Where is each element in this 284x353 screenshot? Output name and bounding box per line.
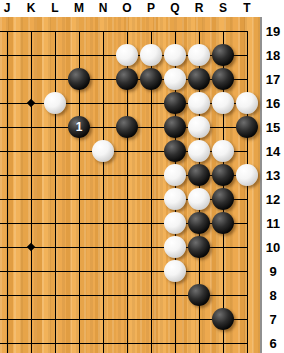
black-stone [188,212,210,234]
black-stone [188,236,210,258]
row-label: 7 [262,312,284,327]
grid-line [0,199,248,200]
white-stone [92,140,114,162]
column-label: R [195,1,204,15]
grid-line [0,223,248,224]
grid-line [0,295,248,296]
grid-line [247,31,248,353]
white-stone [236,92,258,114]
row-label: 13 [262,168,284,183]
column-label: P [147,1,155,15]
row-label: 17 [262,72,284,87]
black-stone [212,44,234,66]
row-labels: 191817161514131211109876 [262,0,284,353]
black-stone [140,68,162,90]
white-stone [140,44,162,66]
row-label: 11 [262,216,284,231]
black-stone [164,140,186,162]
white-stone [164,188,186,210]
column-label: L [51,1,58,15]
black-stone [116,116,138,138]
grid-line [31,31,32,353]
grid-line [0,319,248,320]
black-stone [212,164,234,186]
star-point [27,243,35,251]
go-board[interactable]: 1 [0,17,262,353]
white-stone [188,92,210,114]
white-stone [164,260,186,282]
white-stone [188,188,210,210]
grid-line [0,103,248,104]
grid-line [0,31,248,32]
grid-line [55,31,56,353]
white-stone [236,164,258,186]
grid-line [0,343,248,344]
grid-line [7,31,8,353]
white-stone [212,92,234,114]
column-label: T [243,1,250,15]
column-label: N [99,1,108,15]
black-stone [212,188,234,210]
black-stone [164,92,186,114]
grid-line [103,31,104,353]
black-stone [212,212,234,234]
black-stone [212,68,234,90]
row-label: 14 [262,144,284,159]
row-label: 16 [262,96,284,111]
black-stone [188,164,210,186]
column-label: J [4,1,11,15]
row-label: 19 [262,24,284,39]
column-label: S [219,1,227,15]
row-label: 6 [262,336,284,351]
grid-line [0,151,248,152]
white-stone [164,212,186,234]
black-stone [164,116,186,138]
row-label: 9 [262,264,284,279]
white-stone [188,116,210,138]
column-label: K [27,1,36,15]
white-stone [164,44,186,66]
grid-line [0,175,248,176]
row-label: 15 [262,120,284,135]
white-stone [164,164,186,186]
row-label: 12 [262,192,284,207]
white-stone [164,236,186,258]
column-label: M [74,1,84,15]
black-stone [212,308,234,330]
go-diagram: JKLMNOPQRST 1 191817161514131211109876 [0,0,284,353]
column-labels: JKLMNOPQRST [0,0,262,17]
black-stone [68,68,90,90]
grid-line [0,271,248,272]
white-stone [44,92,66,114]
grid-line [0,247,248,248]
black-stone [116,68,138,90]
white-stone [164,68,186,90]
black-stone [236,116,258,138]
row-label: 18 [262,48,284,63]
column-label: O [122,1,131,15]
move-number-label: 1 [68,116,90,138]
row-label: 8 [262,288,284,303]
column-label: Q [170,1,179,15]
black-stone: 1 [68,116,90,138]
white-stone [116,44,138,66]
row-label: 10 [262,240,284,255]
white-stone [188,140,210,162]
black-stone [188,68,210,90]
white-stone [212,140,234,162]
star-point [27,99,35,107]
white-stone [188,44,210,66]
black-stone [188,284,210,306]
